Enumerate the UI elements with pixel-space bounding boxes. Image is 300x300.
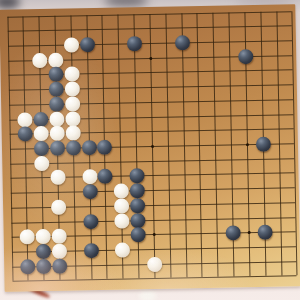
black-stone[interactable]: [20, 259, 35, 274]
black-stone[interactable]: [174, 35, 189, 50]
white-stone[interactable]: [50, 170, 65, 185]
black-stone[interactable]: [34, 141, 49, 156]
black-stone[interactable]: [130, 198, 145, 213]
black-stone[interactable]: [130, 213, 145, 228]
go-board-photo: [0, 0, 300, 300]
black-stone[interactable]: [256, 137, 271, 152]
black-stone[interactable]: [33, 111, 48, 126]
black-stone[interactable]: [66, 140, 81, 155]
black-stone[interactable]: [238, 49, 253, 64]
black-stone[interactable]: [226, 226, 241, 241]
white-stone[interactable]: [114, 184, 129, 199]
black-stone[interactable]: [83, 214, 98, 229]
white-stone[interactable]: [34, 156, 49, 171]
black-stone[interactable]: [98, 169, 113, 184]
white-stone[interactable]: [65, 96, 80, 111]
white-stone[interactable]: [115, 242, 130, 257]
black-stone[interactable]: [50, 141, 65, 156]
white-stone[interactable]: [82, 169, 97, 184]
white-stone[interactable]: [18, 112, 33, 127]
black-stone[interactable]: [131, 227, 146, 242]
white-stone[interactable]: [65, 126, 80, 141]
go-board[interactable]: [0, 4, 300, 292]
white-stone[interactable]: [114, 198, 129, 213]
white-stone[interactable]: [52, 244, 67, 259]
black-stone[interactable]: [127, 36, 142, 51]
black-stone[interactable]: [82, 184, 97, 199]
black-stone[interactable]: [49, 96, 64, 111]
black-stone[interactable]: [80, 37, 95, 52]
black-stone[interactable]: [257, 225, 272, 240]
dark-blob-top-center: [104, 0, 148, 6]
black-stone[interactable]: [36, 244, 51, 259]
black-stone[interactable]: [130, 169, 145, 184]
hoshi-star-point: [149, 57, 152, 60]
black-stone[interactable]: [48, 67, 63, 82]
black-stone[interactable]: [83, 243, 98, 258]
white-stone[interactable]: [52, 229, 67, 244]
grid-lines: [0, 4, 295, 10]
hoshi-star-point: [248, 231, 251, 234]
black-stone[interactable]: [36, 259, 51, 274]
black-stone[interactable]: [49, 82, 64, 97]
black-stone[interactable]: [130, 183, 145, 198]
white-stone[interactable]: [34, 126, 49, 141]
dark-blob-top-left: [0, 0, 20, 9]
black-stone[interactable]: [52, 258, 67, 273]
white-stone[interactable]: [65, 81, 80, 96]
black-stone[interactable]: [97, 140, 112, 155]
white-stone[interactable]: [64, 67, 79, 82]
stones: [0, 4, 295, 10]
white-stone[interactable]: [36, 229, 51, 244]
black-stone[interactable]: [81, 140, 96, 155]
white-stone[interactable]: [51, 199, 66, 214]
star-points: [0, 4, 295, 10]
white-stone[interactable]: [115, 213, 130, 228]
white-stone[interactable]: [147, 257, 162, 272]
hoshi-star-point: [151, 145, 154, 148]
white-stone[interactable]: [50, 126, 65, 141]
black-stone[interactable]: [18, 126, 33, 141]
hoshi-star-point: [153, 233, 156, 236]
white-stone[interactable]: [32, 53, 47, 68]
white-stone[interactable]: [49, 111, 64, 126]
white-stone[interactable]: [64, 37, 79, 52]
white-stone[interactable]: [48, 52, 63, 67]
hoshi-star-point: [246, 143, 249, 146]
white-stone[interactable]: [20, 230, 35, 245]
loose-white-stone-below-board: [139, 290, 156, 300]
white-stone[interactable]: [65, 111, 80, 126]
